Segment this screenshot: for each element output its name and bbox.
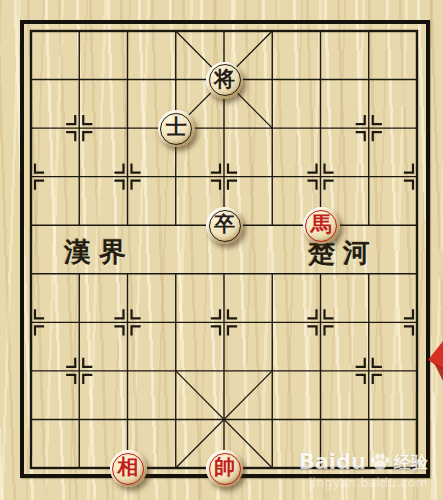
pieces-layer: 将士卒馬相帥 [0, 0, 443, 500]
red-piece-ring: 帥 [209, 453, 241, 485]
piece-glyph-red-general: 帥 [214, 457, 235, 478]
piece-black-soldier[interactable]: 卒 [206, 207, 243, 244]
piece-red-elephant[interactable]: 相 [110, 450, 147, 487]
red-piece-ring: 相 [112, 453, 144, 485]
piece-black-advisor[interactable]: 士 [158, 110, 195, 147]
piece-black-general[interactable]: 将 [206, 62, 243, 99]
black-piece-ring: 士 [160, 113, 192, 145]
piece-glyph-black-advisor: 士 [166, 117, 187, 138]
red-piece-ring: 馬 [305, 210, 337, 242]
piece-glyph-red-elephant: 相 [118, 457, 139, 478]
piece-red-horse[interactable]: 馬 [303, 207, 340, 244]
red-arrow-annotation [427, 338, 443, 384]
piece-glyph-red-horse: 馬 [311, 214, 332, 235]
piece-glyph-black-soldier: 卒 [214, 214, 235, 235]
piece-glyph-black-general: 将 [214, 69, 235, 90]
piece-red-general[interactable]: 帥 [206, 450, 243, 487]
black-piece-ring: 卒 [209, 210, 241, 242]
black-piece-ring: 将 [209, 64, 241, 96]
xiangqi-board-screenshot: 漢界 楚河 将士卒馬相帥 Baidu 经验 jingyan.baidu.com [0, 0, 443, 500]
